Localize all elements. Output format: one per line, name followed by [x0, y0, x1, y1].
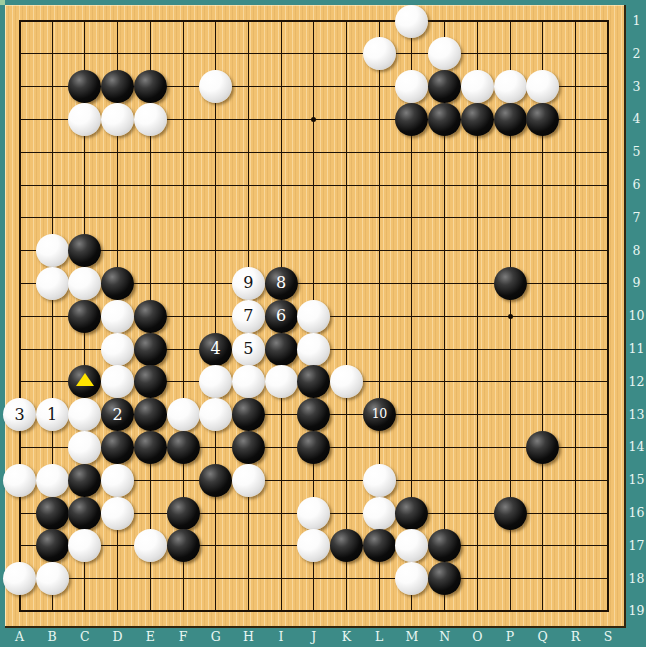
- black-stone[interactable]: [101, 70, 134, 103]
- row-label: 5: [627, 144, 646, 160]
- black-stone[interactable]: [101, 431, 134, 464]
- move-number-label: 2: [113, 407, 123, 423]
- black-stone[interactable]: [526, 431, 559, 464]
- white-stone[interactable]: [3, 464, 36, 497]
- white-stone[interactable]: 9: [232, 267, 265, 300]
- column-label: S: [598, 629, 618, 645]
- white-stone[interactable]: [101, 103, 134, 136]
- white-stone[interactable]: [36, 234, 69, 267]
- black-stone[interactable]: 4: [199, 333, 232, 366]
- white-stone[interactable]: [363, 37, 396, 70]
- white-stone[interactable]: [36, 267, 69, 300]
- black-stone[interactable]: [134, 70, 167, 103]
- white-stone[interactable]: [232, 464, 265, 497]
- black-stone[interactable]: [36, 529, 69, 562]
- row-label: 11: [627, 341, 646, 357]
- white-stone[interactable]: 7: [232, 300, 265, 333]
- row-label: 7: [627, 210, 646, 226]
- black-stone[interactable]: [167, 529, 200, 562]
- white-stone[interactable]: [265, 365, 298, 398]
- column-label: E: [140, 629, 160, 645]
- white-stone[interactable]: 5: [232, 333, 265, 366]
- move-number-label: 7: [243, 308, 253, 324]
- grid-line-vertical: [575, 20, 576, 612]
- black-stone[interactable]: 6: [265, 300, 298, 333]
- white-stone[interactable]: [167, 398, 200, 431]
- black-stone[interactable]: [134, 365, 167, 398]
- grid-line-vertical: [607, 20, 609, 612]
- black-stone[interactable]: [494, 103, 527, 136]
- black-stone[interactable]: [68, 497, 101, 530]
- white-stone[interactable]: [363, 497, 396, 530]
- white-stone[interactable]: [363, 464, 396, 497]
- grid-line-vertical: [346, 20, 347, 612]
- row-label: 8: [627, 243, 646, 259]
- column-label: Q: [533, 629, 553, 645]
- black-stone[interactable]: [428, 103, 461, 136]
- column-label: A: [10, 629, 30, 645]
- white-stone[interactable]: [297, 333, 330, 366]
- white-stone[interactable]: [101, 300, 134, 333]
- column-label: P: [500, 629, 520, 645]
- row-label: 13: [627, 407, 646, 423]
- black-stone[interactable]: 8: [265, 267, 298, 300]
- black-stone[interactable]: [167, 497, 200, 530]
- column-label: C: [75, 629, 95, 645]
- white-stone[interactable]: [395, 5, 428, 38]
- white-stone[interactable]: 3: [3, 398, 36, 431]
- row-label: 10: [627, 308, 646, 324]
- go-board-app: 98764531210 ABCDEFGHIJKLMNOPQRS123456789…: [0, 0, 646, 647]
- black-stone[interactable]: [101, 267, 134, 300]
- column-label: K: [337, 629, 357, 645]
- row-label: 6: [627, 177, 646, 193]
- grid-line-horizontal: [19, 578, 610, 579]
- black-stone[interactable]: 2: [101, 398, 134, 431]
- black-stone[interactable]: [526, 103, 559, 136]
- move-number-label: 5: [243, 341, 253, 357]
- white-stone[interactable]: [134, 103, 167, 136]
- black-stone[interactable]: [297, 431, 330, 464]
- row-label: 1: [627, 13, 646, 29]
- black-stone[interactable]: [134, 398, 167, 431]
- white-stone[interactable]: 1: [36, 398, 69, 431]
- black-stone[interactable]: [363, 529, 396, 562]
- black-stone[interactable]: [167, 431, 200, 464]
- column-label: F: [173, 629, 193, 645]
- move-number-label: 10: [372, 408, 387, 421]
- column-label: H: [238, 629, 258, 645]
- column-label: B: [42, 629, 62, 645]
- move-number-label: 3: [14, 407, 24, 423]
- black-stone[interactable]: [428, 562, 461, 595]
- star-point: [508, 314, 513, 319]
- black-stone[interactable]: [134, 300, 167, 333]
- row-label: 12: [627, 374, 646, 390]
- column-label: L: [369, 629, 389, 645]
- column-label: N: [435, 629, 455, 645]
- black-stone[interactable]: [68, 300, 101, 333]
- move-number-label: 4: [211, 341, 221, 357]
- grid-line-horizontal: [19, 610, 610, 612]
- column-label: D: [108, 629, 128, 645]
- white-stone[interactable]: [101, 333, 134, 366]
- black-stone[interactable]: [232, 431, 265, 464]
- column-label: M: [402, 629, 422, 645]
- black-stone[interactable]: [68, 464, 101, 497]
- black-stone[interactable]: [494, 497, 527, 530]
- column-label: G: [206, 629, 226, 645]
- white-stone[interactable]: [494, 70, 527, 103]
- move-number-label: 9: [243, 275, 253, 291]
- black-stone[interactable]: [494, 267, 527, 300]
- row-label: 15: [627, 472, 646, 488]
- row-label: 4: [627, 111, 646, 127]
- row-label: 14: [627, 439, 646, 455]
- black-stone[interactable]: [134, 431, 167, 464]
- black-stone[interactable]: [36, 497, 69, 530]
- row-label: 16: [627, 505, 646, 521]
- white-stone[interactable]: [36, 562, 69, 595]
- row-label: 17: [627, 538, 646, 554]
- white-stone[interactable]: [101, 464, 134, 497]
- white-stone[interactable]: [461, 70, 494, 103]
- white-stone[interactable]: [232, 365, 265, 398]
- black-stone[interactable]: [134, 333, 167, 366]
- black-stone[interactable]: 10: [363, 398, 396, 431]
- column-label: O: [467, 629, 487, 645]
- move-number-label: 1: [47, 407, 57, 423]
- black-stone[interactable]: [395, 497, 428, 530]
- white-stone[interactable]: [101, 497, 134, 530]
- white-stone[interactable]: [297, 300, 330, 333]
- black-stone[interactable]: [232, 398, 265, 431]
- white-stone[interactable]: [3, 562, 36, 595]
- column-label: R: [565, 629, 585, 645]
- move-number-label: 8: [276, 275, 286, 291]
- column-label: J: [304, 629, 324, 645]
- black-stone[interactable]: [428, 70, 461, 103]
- black-stone[interactable]: [461, 103, 494, 136]
- row-label: 18: [627, 571, 646, 587]
- black-stone[interactable]: [199, 464, 232, 497]
- row-label: 2: [627, 46, 646, 62]
- black-stone[interactable]: [265, 333, 298, 366]
- column-label: I: [271, 629, 291, 645]
- row-label: 19: [627, 603, 646, 619]
- white-stone[interactable]: [36, 464, 69, 497]
- row-label: 3: [627, 79, 646, 95]
- white-stone[interactable]: [297, 497, 330, 530]
- move-number-label: 6: [276, 308, 286, 324]
- row-label: 9: [627, 275, 646, 291]
- triangle-mark: [76, 373, 94, 386]
- white-stone[interactable]: [134, 529, 167, 562]
